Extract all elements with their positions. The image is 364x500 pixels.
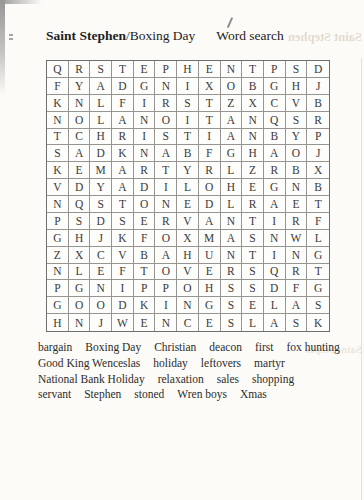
grid-cell: P	[155, 280, 177, 297]
grid-cell: E	[199, 61, 221, 78]
grid-cell: G	[264, 179, 286, 196]
grid-cell: C	[264, 95, 286, 112]
grid-cell: T	[242, 247, 264, 264]
grid-cell: E	[199, 264, 221, 281]
grid-cell: O	[155, 264, 177, 281]
grid-cell: J	[307, 145, 329, 162]
grid-cell: N	[69, 314, 91, 331]
grid-cell: H	[177, 247, 199, 264]
grid-cell: G	[307, 280, 329, 297]
grid-cell: O	[69, 112, 91, 129]
grid-cell: N	[47, 264, 69, 281]
grid-cell: S	[221, 280, 243, 297]
word-list-item: National Bank Holiday	[38, 372, 145, 388]
grid-cell: R	[286, 213, 308, 230]
word-list-item: servant	[38, 387, 71, 403]
grid-cell: T	[134, 264, 156, 281]
grid-cell: V	[177, 264, 199, 281]
grid-cell: O	[155, 230, 177, 247]
grid-cell: N	[47, 196, 69, 213]
grid-cell: T	[307, 196, 329, 213]
grid-cell: J	[307, 78, 329, 95]
grid-cell: E	[199, 314, 221, 331]
grid-cell: S	[242, 280, 264, 297]
grid-cell: G	[134, 78, 156, 95]
word-list-line: servantStephenstonedWren boysXmas	[38, 387, 350, 403]
grid-cell: R	[69, 61, 91, 78]
grid-cell: X	[69, 247, 91, 264]
word-list-item: relaxation	[158, 372, 204, 388]
grid-cell: Q	[69, 196, 91, 213]
grid-cell: D	[264, 280, 286, 297]
scanned-page: Saint Stephen Saint Stephen Saint Stephe…	[0, 0, 364, 500]
grid-cell: N	[155, 78, 177, 95]
grid-cell: D	[69, 179, 91, 196]
grid-cell: I	[264, 247, 286, 264]
word-list-item: holiday	[153, 356, 188, 372]
grid-cell: N	[155, 314, 177, 331]
grid-cell: J	[90, 230, 112, 247]
grid-cell: I	[155, 297, 177, 314]
grid-cell: Z	[242, 162, 264, 179]
grid-cell: H	[69, 230, 91, 247]
grid-cell: E	[69, 162, 91, 179]
grid-cell: B	[307, 95, 329, 112]
grid-cell: P	[307, 129, 329, 146]
grid-cell: Z	[221, 95, 243, 112]
grid-cell: T	[199, 95, 221, 112]
grid-cell: S	[286, 112, 308, 129]
grid-cell: Z	[47, 247, 69, 264]
title-word-search: Word search	[216, 28, 284, 43]
grid-cell: T	[242, 61, 264, 78]
word-list-item: fox hunting	[286, 340, 339, 356]
grid-cell: N	[242, 112, 264, 129]
grid-cell: H	[286, 78, 308, 95]
word-list-item: martyr	[254, 356, 285, 372]
word-list: bargainBoxing DayChristiandeaconfirstfox…	[38, 340, 350, 403]
grid-cell: D	[134, 179, 156, 196]
grid-cell: V	[112, 247, 134, 264]
grid-cell: Y	[90, 179, 112, 196]
grid-cell: E	[242, 297, 264, 314]
grid-cell: I	[199, 129, 221, 146]
grid-cell: T	[199, 112, 221, 129]
grid-cell: A	[199, 213, 221, 230]
grid-cell: I	[177, 78, 199, 95]
grid-cell: I	[177, 112, 199, 129]
grid-cell: P	[264, 61, 286, 78]
grid-cell: A	[112, 162, 134, 179]
grid-cell: S	[242, 230, 264, 247]
grid-cell: I	[112, 280, 134, 297]
grid-cell: O	[221, 78, 243, 95]
grid-cell: D	[112, 78, 134, 95]
grid-cell: R	[199, 162, 221, 179]
grid-cell: L	[242, 314, 264, 331]
grid-cell: L	[221, 196, 243, 213]
word-list-item: stoned	[134, 387, 164, 403]
word-list-line: Good King Wenceslasholidayleftoversmarty…	[38, 356, 350, 372]
grid-cell: S	[69, 213, 91, 230]
grid-cell: F	[307, 213, 329, 230]
grid-cell: J	[90, 314, 112, 331]
grid-cell: N	[286, 247, 308, 264]
grid-cell: P	[47, 280, 69, 297]
grid-cell: S	[221, 297, 243, 314]
grid-cell: S	[177, 95, 199, 112]
grid-cell: G	[307, 247, 329, 264]
grid-cell: L	[90, 95, 112, 112]
grid-cell: Y	[69, 78, 91, 95]
grid-cell: C	[69, 129, 91, 146]
grid-cell: L	[69, 264, 91, 281]
grid-cell: K	[134, 297, 156, 314]
title-saint-stephen: Saint Stephen	[46, 28, 126, 43]
grid-cell: S	[90, 61, 112, 78]
grid-cell: R	[242, 196, 264, 213]
grid-cell: D	[90, 145, 112, 162]
grid-cell: R	[221, 264, 243, 281]
grid-cell: S	[155, 129, 177, 146]
grid-cell: Y	[177, 162, 199, 179]
grid-cell: F	[199, 145, 221, 162]
puzzle-title: Saint Stephen/Boxing DayWord search	[46, 28, 284, 44]
grid-cell: A	[155, 247, 177, 264]
grid-cell: G	[199, 297, 221, 314]
grid-cell: S	[112, 213, 134, 230]
grid-cell: A	[264, 314, 286, 331]
grid-cell: D	[90, 213, 112, 230]
grid-cell: N	[221, 61, 243, 78]
word-list-item: sales	[217, 372, 239, 388]
grid-cell: L	[221, 162, 243, 179]
grid-cell: S	[286, 314, 308, 331]
grid-cell: H	[177, 61, 199, 78]
grid-cell: W	[112, 314, 134, 331]
grid-cell: R	[307, 112, 329, 129]
word-list-item: leftovers	[201, 356, 241, 372]
grid-cell: C	[90, 247, 112, 264]
grid-cell: M	[90, 162, 112, 179]
grid-cell: A	[112, 179, 134, 196]
grid-cell: N	[221, 213, 243, 230]
grid-cell: H	[221, 179, 243, 196]
grid-cell: T	[242, 213, 264, 230]
grid-cell: T	[307, 264, 329, 281]
grid-cell: K	[47, 95, 69, 112]
grid-cell: A	[221, 129, 243, 146]
grid-cell: E	[286, 196, 308, 213]
grid-cell: N	[155, 196, 177, 213]
grid-cell: O	[199, 179, 221, 196]
grid-cell: F	[112, 264, 134, 281]
grid-cell: A	[90, 78, 112, 95]
word-list-item: bargain	[38, 340, 72, 356]
grid-cell: F	[47, 78, 69, 95]
grid-cell: E	[134, 61, 156, 78]
grid-cell: W	[286, 230, 308, 247]
grid-cell: X	[177, 230, 199, 247]
grid-cell: H	[242, 145, 264, 162]
grid-cell: N	[177, 297, 199, 314]
grid-cell: X	[307, 162, 329, 179]
grid-cell: G	[69, 280, 91, 297]
grid-cell: B	[134, 247, 156, 264]
grid-cell: S	[242, 264, 264, 281]
grid-cell: Q	[264, 264, 286, 281]
grid-cell: P	[47, 213, 69, 230]
grid-cell: K	[112, 145, 134, 162]
grid-cell: B	[242, 78, 264, 95]
word-list-item: Christian	[154, 340, 196, 356]
grid-cell: O	[286, 145, 308, 162]
grid-cell: V	[47, 179, 69, 196]
grid-cell: A	[221, 230, 243, 247]
grid-cell: L	[177, 179, 199, 196]
grid-cell: O	[90, 297, 112, 314]
grid-cell: R	[155, 95, 177, 112]
scan-artifact-left-edge	[0, 0, 5, 95]
grid-cell: L	[307, 230, 329, 247]
grid-cell: F	[134, 230, 156, 247]
word-list-item: Xmas	[240, 387, 267, 403]
grid-cell: F	[112, 95, 134, 112]
grid-cell: X	[242, 95, 264, 112]
grid-cell: E	[90, 264, 112, 281]
grid-cell: B	[286, 162, 308, 179]
grid-cell: E	[134, 314, 156, 331]
grid-cell: R	[134, 162, 156, 179]
grid-cell: H	[199, 280, 221, 297]
grid-cell: A	[264, 196, 286, 213]
grid-cell: O	[69, 297, 91, 314]
grid-cell: A	[264, 145, 286, 162]
grid-cell: A	[286, 297, 308, 314]
grid-cell: V	[177, 213, 199, 230]
grid-cell: N	[221, 247, 243, 264]
grid-cell: S	[286, 61, 308, 78]
grid-cell: R	[286, 264, 308, 281]
grid-cell: T	[47, 129, 69, 146]
grid-cell: G	[264, 78, 286, 95]
grid-cell: H	[90, 129, 112, 146]
grid-cell: N	[134, 145, 156, 162]
grid-cell: D	[199, 196, 221, 213]
grid-cell: M	[199, 230, 221, 247]
grid-cell: H	[47, 314, 69, 331]
grid-cell: K	[47, 162, 69, 179]
grid-cell: K	[112, 230, 134, 247]
grid-cell: S	[221, 314, 243, 331]
word-list-item: Boxing Day	[85, 340, 141, 356]
grid-cell: G	[221, 145, 243, 162]
grid-cell: B	[177, 145, 199, 162]
grid-cell: D	[112, 297, 134, 314]
grid-cell: T	[112, 61, 134, 78]
grid-cell: I	[155, 179, 177, 196]
grid-cell: O	[177, 280, 199, 297]
grid-cell: U	[199, 247, 221, 264]
grid-cell: A	[155, 145, 177, 162]
grid-cell: L	[90, 112, 112, 129]
grid-cell: S	[307, 297, 329, 314]
scan-artifact-right-edge	[361, 58, 362, 500]
grid-cell: N	[90, 280, 112, 297]
grid-cell: N	[134, 112, 156, 129]
grid-cell: A	[112, 112, 134, 129]
grid-cell: F	[286, 280, 308, 297]
grid-cell: B	[264, 129, 286, 146]
grid-cell: A	[221, 112, 243, 129]
grid-cell: O	[134, 196, 156, 213]
grid-cell: N	[47, 112, 69, 129]
grid-cell: S	[90, 196, 112, 213]
scan-artifact-top-edge	[0, 0, 42, 4]
grid-cell: Q	[264, 112, 286, 129]
grid-cell: S	[47, 145, 69, 162]
grid-cell: N	[242, 129, 264, 146]
grid-cell: L	[264, 297, 286, 314]
grid-cell: A	[69, 145, 91, 162]
grid-cell: P	[134, 280, 156, 297]
grid-cell: E	[134, 213, 156, 230]
word-list-line: National Bank Holidayrelaxationsalesshop…	[38, 372, 350, 388]
scan-artifact-speck	[9, 32, 17, 42]
grid-cell: T	[112, 196, 134, 213]
title-boxing-day: /Boxing Day	[126, 28, 195, 43]
grid-cell: C	[177, 314, 199, 331]
grid-cell: R	[112, 129, 134, 146]
grid-cell: G	[47, 297, 69, 314]
grid-cell: Q	[47, 61, 69, 78]
grid-cell: T	[177, 129, 199, 146]
grid-cell: N	[264, 230, 286, 247]
grid-cell: N	[286, 179, 308, 196]
grid-cell: R	[264, 162, 286, 179]
grid-cell: T	[155, 162, 177, 179]
word-list-item: Stephen	[84, 387, 121, 403]
word-list-line: bargainBoxing DayChristiandeaconfirstfox…	[38, 340, 350, 356]
word-list-item: Wren boys	[177, 387, 227, 403]
grid-cell: O	[155, 112, 177, 129]
grid-cell: K	[307, 314, 329, 331]
grid-cell: P	[155, 61, 177, 78]
word-list-item: Good King Wenceslas	[38, 356, 140, 372]
grid-cell: V	[286, 95, 308, 112]
grid-cell: E	[177, 196, 199, 213]
grid-cell: I	[134, 129, 156, 146]
grid-cell: N	[69, 95, 91, 112]
grid-cell: X	[199, 78, 221, 95]
word-search-grid: QRSTEPHENTPSDFYADGNIXOBGHJKNLFIRSTZXCVBN…	[46, 60, 330, 332]
grid-cell: B	[307, 179, 329, 196]
word-list-item: deacon	[209, 340, 242, 356]
grid-cell: I	[264, 213, 286, 230]
word-list-item: first	[255, 340, 274, 356]
grid-cell: E	[242, 179, 264, 196]
grid-cell: G	[47, 230, 69, 247]
grid-cell: R	[155, 213, 177, 230]
grid-cell: I	[134, 95, 156, 112]
grid-cell: Y	[286, 129, 308, 146]
pen-mark	[227, 17, 233, 28]
grid-cell: D	[307, 61, 329, 78]
word-list-item: shopping	[252, 372, 294, 388]
